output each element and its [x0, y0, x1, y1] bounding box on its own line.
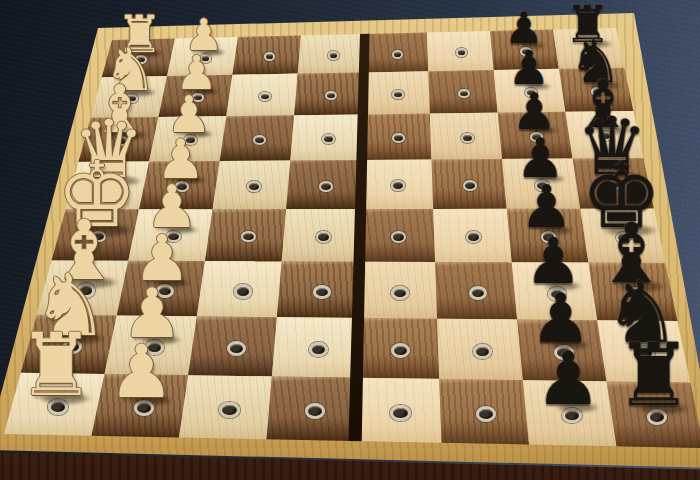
travel-chess-set-photo: ♜♞♝♛♚♝♞♜♟♟♟♟♟♟♟♟♟♟♟♟♟♟♟♟♜♞♝♛♚♝♞♜: [0, 0, 700, 480]
peg-hole-b3: [259, 92, 271, 102]
peg-hole-d4: [319, 181, 333, 192]
peg-hole-h3: [219, 402, 239, 418]
peg-hole-a4: [328, 51, 339, 60]
chess-board: ♜♞♝♛♚♝♞♜♟♟♟♟♟♟♟♟♟♟♟♟♟♟♟♟♜♞♝♛♚♝♞♜: [0, 0, 700, 480]
piece-white-rook-h1: ♜: [17, 322, 95, 409]
peg-hole-g5: [391, 343, 410, 358]
peg-hole-e6: [466, 231, 481, 242]
peg-hole-f5: [391, 286, 409, 300]
peg-hole-h4: [305, 403, 325, 419]
piece-white-pawn-h2: ♟: [108, 335, 174, 408]
piece-black-rook-h8: ♜: [615, 332, 693, 419]
peg-hole-g6: [473, 344, 492, 359]
peg-hole-c6: [461, 133, 474, 143]
piece-black-pawn-h7: ♟: [535, 343, 601, 416]
peg-hole-c5: [392, 133, 405, 143]
peg-hole-e5: [391, 231, 406, 242]
peg-hole-f4: [313, 285, 331, 299]
peg-hole-a5: [392, 50, 403, 59]
peg-hole-d3: [247, 181, 261, 192]
peg-hole-h5: [390, 405, 410, 421]
peg-hole-f3: [234, 284, 252, 298]
peg-hole-c3: [253, 135, 266, 145]
peg-hole-b5: [392, 90, 404, 100]
peg-hole-e4: [316, 231, 331, 242]
